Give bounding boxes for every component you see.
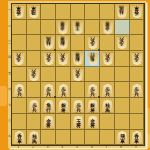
shogi-piece[interactable]: 歩兵 [57,52,69,65]
board-square[interactable] [12,98,27,114]
shogi-piece[interactable]: 王将 [72,21,84,34]
shogi-piece[interactable]: 歩兵 [131,52,143,65]
board-square[interactable] [41,4,56,20]
shogi-piece[interactable]: 桂馬 [102,99,114,112]
piece-kanji: 兵 [76,68,81,72]
board-square[interactable]: 歩兵 [27,98,42,114]
shogi-piece[interactable]: 角行 [87,52,99,65]
board-square[interactable]: 金将 [56,20,71,36]
board-square[interactable]: 桂馬 [27,130,42,146]
shogi-piece[interactable]: 香車 [131,131,143,144]
file-label: 8 [114,145,129,149]
piece-kanji: 将 [46,124,51,128]
piece-kanji: 兵 [17,92,22,96]
board-square[interactable]: 歩兵 [71,98,86,114]
board-square[interactable]: 桂馬 [100,98,115,114]
shogi-piece[interactable]: 歩兵 [87,37,99,50]
board-square[interactable]: 銀将 [85,98,100,114]
board-square[interactable] [12,67,27,83]
shogi-piece[interactable]: 玉将 [72,115,84,128]
shogi-piece[interactable]: 香車 [131,5,143,18]
piece-kanji: 将 [90,108,95,112]
board-square[interactable] [115,114,130,130]
file-label: 4 [55,145,70,149]
rank-label: 六 [8,81,11,97]
shogi-piece[interactable]: 金将 [102,21,114,34]
board-square[interactable] [12,35,27,51]
piece-kanji: 車 [17,5,22,9]
board-square[interactable]: 金将 [85,114,100,130]
board-square[interactable] [100,4,115,20]
board-square[interactable]: 玉将 [71,114,86,130]
shogi-piece[interactable]: 金将 [43,115,55,128]
board-square[interactable] [115,20,130,36]
shogi-piece[interactable]: 桂馬 [28,131,40,144]
shogi-piece[interactable]: 銀将 [57,37,69,50]
board-square[interactable] [27,20,42,36]
shogi-piece[interactable]: 歩兵 [102,52,114,65]
board-square[interactable]: 香車 [130,130,145,146]
piece-kanji: 兵 [46,92,51,96]
board-square[interactable] [85,130,100,146]
piece-kanji: 将 [61,108,66,112]
shogi-piece[interactable]: 角行 [43,99,55,112]
board-square[interactable] [100,114,115,130]
shogi-board: 香車飛車桂馬香車金将王将金将桂馬銀将歩兵歩兵歩兵歩兵歩兵銀将角行歩兵歩兵歩兵歩兵… [8,1,146,148]
board-square[interactable] [56,67,71,83]
file-label: 6 [84,145,99,149]
board-square[interactable]: 歩兵 [56,51,71,67]
piece-kanji: 車 [32,5,37,9]
board-square[interactable]: 角行 [41,98,56,114]
board-square[interactable]: 金将 [41,114,56,130]
piece-kanji: 兵 [105,92,110,96]
piece-kanji: 兵 [120,37,125,41]
piece-kanji: 車 [135,139,140,143]
piece-kanji: 将 [76,124,81,128]
shogi-piece[interactable]: 香車 [13,131,25,144]
board-square[interactable] [41,20,56,36]
board-square[interactable] [115,82,130,98]
board-square[interactable]: 銀将 [56,35,71,51]
piece-kanji: 将 [90,124,95,128]
shogi-piece[interactable]: 歩兵 [28,68,40,81]
board-square[interactable]: 歩兵 [27,67,42,83]
board-square[interactable] [27,51,42,67]
shogi-piece[interactable]: 歩兵 [72,68,84,81]
shogi-piece[interactable]: 歩兵 [102,84,114,97]
board-square[interactable] [100,35,115,51]
shogi-piece[interactable]: 歩兵 [28,99,40,112]
shogi-piece[interactable]: 香車 [13,5,25,18]
shogi-app-screen: 香車飛車桂馬香車金将王将金将桂馬銀将歩兵歩兵歩兵歩兵歩兵銀将角行歩兵歩兵歩兵歩兵… [0,0,150,150]
board-square[interactable] [12,114,27,130]
rank-label: 二 [8,19,11,35]
piece-kanji: 兵 [135,52,140,56]
board-square[interactable] [12,20,27,36]
piece-kanji: 将 [76,21,81,25]
board-square[interactable] [56,4,71,20]
piece-kanji: 兵 [90,37,95,41]
board-square[interactable] [85,4,100,20]
piece-kanji: 車 [120,139,125,143]
piece-kanji: 将 [105,21,110,25]
board-square[interactable] [85,67,100,83]
piece-kanji: 馬 [105,108,110,112]
piece-kanji: 行 [46,108,51,112]
board-square[interactable] [130,114,145,130]
shogi-piece[interactable]: 銀将 [87,99,99,112]
piece-kanji: 兵 [76,108,81,112]
board-square[interactable]: 歩兵 [130,51,145,67]
piece-kanji: 兵 [90,92,95,96]
piece-kanji: 兵 [105,52,110,56]
board-square[interactable] [71,35,86,51]
board-square[interactable]: 歩兵 [115,35,130,51]
file-label: 9 [129,145,144,149]
board-square[interactable] [41,130,56,146]
rank-label: 九 [8,129,11,145]
piece-kanji: 兵 [135,92,140,96]
board-square[interactable]: 香車 [12,4,27,20]
board-square[interactable] [130,20,145,36]
board-square[interactable] [71,130,86,146]
board-square[interactable] [130,98,145,114]
board-square[interactable]: 香車 [12,130,27,146]
board-square[interactable] [115,67,130,83]
piece-kanji: 車 [17,139,22,143]
piece-kanji: 将 [76,52,81,56]
rank-label: 七 [8,97,11,113]
file-label: 3 [40,145,55,149]
board-square[interactable]: 歩兵 [100,51,115,67]
shogi-piece[interactable]: 桂馬 [116,5,128,18]
shogi-piece[interactable]: 歩兵 [72,99,84,112]
piece-kanji: 兵 [61,52,66,56]
board-square[interactable] [41,67,56,83]
shogi-piece[interactable]: 歩兵 [131,84,143,97]
shogi-piece[interactable]: 飛車 [116,131,128,144]
board-square[interactable] [27,35,42,51]
board-square[interactable]: 銀将 [71,51,86,67]
file-label: 2 [26,145,41,149]
shogi-piece[interactable]: 銀将 [57,99,69,112]
board-square[interactable]: 飛車 [27,4,42,20]
piece-kanji: 将 [61,21,66,25]
piece-kanji: 兵 [17,52,22,56]
board-square[interactable] [100,130,115,146]
board-square[interactable] [27,82,42,98]
piece-kanji: 馬 [32,139,37,143]
shogi-piece[interactable]: 金将 [57,21,69,34]
rank-label: 八 [8,113,11,129]
board-square[interactable]: 歩兵 [12,82,27,98]
rank-labels: 一二三四五六七八九 [8,3,11,144]
piece-kanji: 兵 [46,52,51,56]
board-square[interactable]: 歩兵 [130,82,145,98]
board-square[interactable]: 歩兵 [71,67,86,83]
board-square[interactable] [85,20,100,36]
board-square[interactable] [71,82,86,98]
shogi-piece[interactable]: 歩兵 [116,37,128,50]
shogi-piece[interactable]: 桂馬 [43,37,55,50]
shogi-piece[interactable]: 金将 [87,115,99,128]
board-grid: 香車飛車桂馬香車金将王将金将桂馬銀将歩兵歩兵歩兵歩兵歩兵銀将角行歩兵歩兵歩兵歩兵… [11,3,145,146]
board-square[interactable] [27,114,42,130]
board-square[interactable]: 桂馬 [115,4,130,20]
rank-label: 四 [8,50,11,66]
board-square[interactable] [56,114,71,130]
rank-label: 三 [8,34,11,50]
shogi-piece[interactable]: 歩兵 [43,84,55,97]
board-square[interactable]: 角行 [85,51,100,67]
board-square[interactable] [56,130,71,146]
piece-kanji: 将 [61,37,66,41]
piece-kanji: 兵 [32,108,37,112]
board-square[interactable]: 飛車 [115,130,130,146]
board-square[interactable] [130,67,145,83]
shogi-piece[interactable]: 歩兵 [87,84,99,97]
rank-label: 一 [8,3,11,19]
shogi-piece[interactable]: 歩兵 [13,52,25,65]
board-square[interactable]: 歩兵 [100,82,115,98]
board-square[interactable]: 香車 [130,4,145,20]
shogi-piece[interactable]: 歩兵 [57,84,69,97]
shogi-piece[interactable]: 歩兵 [43,52,55,65]
piece-kanji: 車 [135,5,140,9]
board-square[interactable]: 歩兵 [12,51,27,67]
board-square[interactable] [115,51,130,67]
file-labels: 123456789 [11,145,143,149]
board-square[interactable] [100,67,115,83]
board-square[interactable] [71,4,86,20]
board-square[interactable] [115,98,130,114]
board-square[interactable]: 歩兵 [56,82,71,98]
file-label: 1 [11,145,26,149]
file-label: 5 [70,145,85,149]
board-square[interactable]: 王将 [71,20,86,36]
piece-kanji: 馬 [46,37,51,41]
shogi-piece[interactable]: 歩兵 [13,84,25,97]
piece-kanji: 兵 [61,92,66,96]
board-square[interactable]: 金将 [100,20,115,36]
board-square[interactable]: 歩兵 [41,51,56,67]
shogi-piece[interactable]: 飛車 [28,5,40,18]
board-square[interactable]: 銀将 [56,98,71,114]
rank-label: 五 [8,66,11,82]
board-square[interactable] [130,35,145,51]
piece-kanji: 馬 [120,5,125,9]
komadai-gote-left[interactable] [0,86,7,106]
file-label: 7 [99,145,114,149]
piece-kanji: 兵 [32,68,37,72]
shogi-piece[interactable]: 銀将 [72,52,84,65]
piece-kanji: 行 [90,52,95,56]
